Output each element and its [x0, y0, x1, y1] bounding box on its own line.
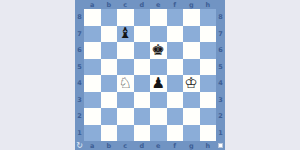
- square-a6: [84, 42, 101, 59]
- square-e7: [150, 26, 167, 43]
- square-b6: [101, 42, 118, 59]
- board-corner-bottom-right: [216, 141, 225, 150]
- square-f4: [167, 75, 184, 92]
- square-e6: ♚: [150, 42, 167, 59]
- square-g4: ♔: [183, 75, 200, 92]
- square-h3: [200, 92, 217, 109]
- square-a7: [84, 26, 101, 43]
- square-b5: [101, 59, 118, 76]
- file-label-a: a: [84, 0, 101, 9]
- file-label-g: g: [183, 141, 200, 150]
- square-g7: [183, 26, 200, 43]
- piece-black-king: ♚: [152, 43, 165, 58]
- file-label-c: c: [117, 141, 134, 150]
- square-f2: [167, 108, 184, 125]
- square-d6: [134, 42, 151, 59]
- file-label-d: d: [134, 0, 151, 9]
- square-g2: [183, 108, 200, 125]
- square-a4: [84, 75, 101, 92]
- file-label-b: b: [101, 141, 118, 150]
- rank-label-2: 2: [216, 108, 225, 125]
- square-d5: [134, 59, 151, 76]
- square-d7: [134, 26, 151, 43]
- rank-label-8: 8: [75, 9, 84, 26]
- piece-white-knight: ♘: [119, 76, 132, 91]
- square-b1: [101, 125, 118, 142]
- square-d8: [134, 9, 151, 26]
- file-label-d: d: [134, 141, 151, 150]
- square-c7: ♝: [117, 26, 134, 43]
- square-c8: [117, 9, 134, 26]
- rank-label-6: 6: [75, 42, 84, 59]
- square-g5: [183, 59, 200, 76]
- file-labels-top: abcdefgh: [84, 0, 216, 9]
- square-a8: [84, 9, 101, 26]
- square-a1: [84, 125, 101, 142]
- square-a2: [84, 108, 101, 125]
- rank-label-6: 6: [216, 42, 225, 59]
- rank-label-5: 5: [75, 59, 84, 76]
- square-h1: [200, 125, 217, 142]
- square-e8: [150, 9, 167, 26]
- rank-label-7: 7: [75, 26, 84, 43]
- rank-label-8: 8: [216, 9, 225, 26]
- square-c3: [117, 92, 134, 109]
- file-label-h: h: [200, 0, 217, 9]
- square-h2: [200, 108, 217, 125]
- square-c6: [117, 42, 134, 59]
- file-labels-bottom: abcdefgh: [84, 141, 216, 150]
- piece-black-pawn: ♟: [152, 76, 165, 91]
- square-g1: [183, 125, 200, 142]
- board-corner-bottom-left: ↻: [75, 141, 84, 150]
- chess-board: abcdefgh 87654321 ♝♚♘♟♔ 87654321 ↻ abcde…: [75, 0, 225, 150]
- file-label-a: a: [84, 141, 101, 150]
- file-label-g: g: [183, 0, 200, 9]
- rank-label-5: 5: [216, 59, 225, 76]
- piece-black-bishop: ♝: [119, 26, 132, 41]
- rank-label-1: 1: [75, 125, 84, 142]
- square-e3: [150, 92, 167, 109]
- square-f5: [167, 59, 184, 76]
- file-label-c: c: [117, 0, 134, 9]
- square-a5: [84, 59, 101, 76]
- square-b2: [101, 108, 118, 125]
- file-label-f: f: [167, 141, 184, 150]
- square-c5: [117, 59, 134, 76]
- square-d3: [134, 92, 151, 109]
- square-c1: [117, 125, 134, 142]
- rank-labels-left: 87654321: [75, 9, 84, 141]
- square-d1: [134, 125, 151, 142]
- square-b7: [101, 26, 118, 43]
- page-background: abcdefgh 87654321 ♝♚♘♟♔ 87654321 ↻ abcde…: [0, 0, 300, 150]
- square-f3: [167, 92, 184, 109]
- rank-labels-right: 87654321: [216, 9, 225, 141]
- square-g6: [183, 42, 200, 59]
- square-b4: [101, 75, 118, 92]
- rank-label-4: 4: [75, 75, 84, 92]
- rank-label-3: 3: [75, 92, 84, 109]
- square-b3: [101, 92, 118, 109]
- rank-label-2: 2: [75, 108, 84, 125]
- square-h5: [200, 59, 217, 76]
- square-d2: [134, 108, 151, 125]
- rank-label-1: 1: [216, 125, 225, 142]
- rank-label-4: 4: [216, 75, 225, 92]
- rank-label-3: 3: [216, 92, 225, 109]
- square-h4: [200, 75, 217, 92]
- square-g8: [183, 9, 200, 26]
- file-label-e: e: [150, 141, 167, 150]
- square-f7: [167, 26, 184, 43]
- square-h6: [200, 42, 217, 59]
- square-e2: [150, 108, 167, 125]
- square-b8: [101, 9, 118, 26]
- rank-label-7: 7: [216, 26, 225, 43]
- board-corner-top-right: [216, 0, 225, 9]
- side-to-move-indicator: [218, 143, 223, 148]
- board-corner-top-left: [75, 0, 84, 9]
- square-d4: [134, 75, 151, 92]
- square-a3: [84, 92, 101, 109]
- square-f6: [167, 42, 184, 59]
- piece-white-king: ♔: [185, 76, 198, 91]
- file-label-f: f: [167, 0, 184, 9]
- square-c2: [117, 108, 134, 125]
- square-f8: [167, 9, 184, 26]
- square-g3: [183, 92, 200, 109]
- board-squares: ♝♚♘♟♔: [84, 9, 216, 141]
- square-f1: [167, 125, 184, 142]
- square-e1: [150, 125, 167, 142]
- square-h7: [200, 26, 217, 43]
- square-c4: ♘: [117, 75, 134, 92]
- square-e5: [150, 59, 167, 76]
- square-e4: ♟: [150, 75, 167, 92]
- file-label-h: h: [200, 141, 217, 150]
- flip-board-icon[interactable]: ↻: [76, 142, 83, 150]
- file-label-e: e: [150, 0, 167, 9]
- file-label-b: b: [101, 0, 118, 9]
- square-h8: [200, 9, 217, 26]
